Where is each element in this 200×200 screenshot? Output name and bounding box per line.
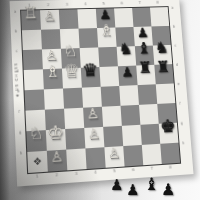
label-rank-3: 3: [66, 171, 86, 176]
square-f5: [102, 106, 122, 127]
square-h8: [160, 143, 180, 164]
label-file-c: c: [173, 44, 180, 63]
label-file-g: g: [17, 130, 24, 151]
captured-piece-bP-3: ♟: [161, 180, 175, 199]
square-f6: [121, 105, 141, 126]
square-h4: [85, 147, 105, 169]
label-file-h: h: [180, 141, 187, 161]
label-rank-6: 6: [124, 167, 143, 172]
label-file-a: a: [12, 10, 19, 30]
square-e5: [101, 86, 121, 107]
square-a8: [150, 7, 169, 26]
piece-bB-c7: ♝: [134, 39, 153, 59]
square-g7: [140, 124, 160, 145]
label-rank-2: 2: [47, 173, 67, 179]
square-h2: ♙: [47, 150, 67, 172]
square-g8: ♚: [159, 123, 179, 144]
piece-bN-c8: ♞: [152, 38, 171, 58]
square-e2: [44, 89, 64, 110]
square-b4: [79, 28, 99, 48]
square-c1: [23, 49, 43, 70]
piece-wP-h5: ♙: [104, 142, 124, 164]
square-g1: ♘: [26, 130, 47, 152]
square-d7: ♜: [136, 65, 156, 85]
label-file-a: a: [169, 6, 176, 25]
piece-wB-b5: ♗: [97, 21, 117, 41]
label-rank-8: 8: [149, 1, 167, 5]
label-rank-4: 4: [86, 170, 105, 175]
label-file-b: b: [171, 25, 178, 44]
square-e6: [119, 85, 139, 106]
label-file-d: d: [174, 63, 181, 83]
chess-mat: 12345678 12345678 abcdefgh abcdefgh ✦ US…: [10, 0, 194, 187]
square-a2: ♙: [40, 10, 60, 30]
label-rank-1: 1: [27, 174, 47, 180]
piece-bR-d7: ♜: [136, 58, 156, 78]
label-file-g: g: [179, 121, 186, 141]
square-c5: [98, 47, 118, 67]
square-h5: ♙: [104, 146, 124, 168]
square-e7: [138, 84, 158, 105]
piece-wR-a1: ♖: [21, 3, 41, 23]
square-a4: [77, 9, 97, 29]
piece-bN-c6: ♞: [116, 39, 136, 59]
square-d2: ♗: [43, 69, 63, 90]
piece-wK-g2: ♔: [45, 122, 65, 144]
square-b1: [22, 30, 42, 50]
label-file-h: h: [18, 151, 25, 172]
piece-bP-d6: ♟: [118, 62, 138, 82]
square-d8: ♜: [154, 64, 173, 84]
label-rank-7: 7: [131, 1, 149, 5]
square-f7: [139, 104, 159, 125]
square-h6: [123, 145, 143, 167]
piece-wQ-d3: ♕: [62, 61, 82, 82]
label-file-e: e: [176, 82, 183, 102]
label-rank-4: 4: [76, 2, 95, 6]
square-g3: [65, 128, 85, 150]
piece-wN-c3: ♘: [61, 41, 81, 61]
label-rank-8: 8: [161, 165, 180, 170]
label-rank-3: 3: [57, 3, 76, 7]
captured-piece-bP-1: ♟: [126, 181, 139, 199]
square-e8: [156, 83, 176, 103]
square-e3: [63, 88, 83, 109]
square-d5: [99, 66, 119, 87]
square-h7: [142, 144, 162, 165]
chess-board: ♖♙♟♗♟♙♘♞♝♞♗♕♛♟♜♜♙♘♔♙♚❖♙♙: [20, 6, 181, 174]
piece-wP-f4: ♙: [83, 103, 103, 124]
piece-wB-d2: ♗: [43, 62, 63, 83]
piece-bQ-d4: ♛: [80, 60, 100, 81]
square-a1: ♖: [21, 10, 41, 30]
label-rank-6: 6: [113, 1, 131, 5]
photo-scene: 12345678 12345678 abcdefgh abcdefgh ✦ US…: [0, 0, 200, 200]
square-a6: [114, 8, 133, 28]
square-e1: [25, 89, 45, 110]
square-g6: [122, 125, 142, 146]
square-f3: [64, 108, 84, 129]
square-d3: ♕: [62, 68, 82, 89]
piece-wP-h2: ♙: [47, 145, 67, 167]
label-rank-5: 5: [105, 169, 124, 174]
us-chess-corner-logo-icon: ❖: [27, 155, 47, 169]
captured-piece-bP-0: ♟: [110, 176, 123, 194]
us-chess-logo-icon: ✦: [14, 93, 20, 99]
square-h1: ❖: [27, 151, 48, 173]
piece-wP-a2: ♙: [40, 6, 60, 26]
piece-wN-g1: ♘: [26, 123, 46, 145]
square-d4: ♛: [81, 67, 101, 88]
square-d1: [24, 69, 44, 90]
square-b5: ♗: [97, 28, 117, 48]
captured-piece-bB-2: ♝: [144, 174, 159, 194]
label-file-b: b: [13, 29, 20, 49]
square-d6: ♟: [118, 66, 138, 86]
label-file-f: f: [177, 102, 184, 122]
label-rank-7: 7: [142, 166, 161, 171]
label-file-f: f: [16, 110, 23, 131]
square-h3: [66, 148, 86, 170]
us-chess-edge-text: US CHESS: [13, 62, 19, 91]
square-g4: ♙: [84, 127, 104, 149]
piece-wP-g4: ♙: [84, 123, 104, 144]
piece-bR-d8: ♜: [154, 57, 173, 77]
square-a3: [59, 9, 79, 29]
piece-bK-g8: ♚: [158, 116, 178, 137]
